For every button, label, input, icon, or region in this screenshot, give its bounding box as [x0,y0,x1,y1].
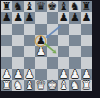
white-pawn[interactable]: ♟ [35,46,46,57]
square-a5[interactable] [1,35,12,46]
black-queen[interactable]: ♛ [35,1,46,12]
square-h5[interactable] [81,35,92,46]
square-c6[interactable] [24,24,35,35]
white-knight[interactable]: ♞ [12,80,23,91]
white-king[interactable]: ♚ [47,80,58,91]
square-e8[interactable]: ♚ [47,1,58,12]
square-d7[interactable] [35,12,46,23]
square-e5[interactable] [47,35,58,46]
square-b4[interactable] [12,46,23,57]
black-pawn[interactable]: ♟ [12,12,23,23]
square-e4[interactable] [47,46,58,57]
square-g6[interactable] [69,24,80,35]
square-f5[interactable] [58,35,69,46]
square-g1[interactable]: ♞ [69,80,80,91]
black-pawn[interactable]: ♟ [69,12,80,23]
square-e3[interactable] [47,57,58,68]
black-pawn[interactable]: ♟ [24,12,35,23]
white-rook[interactable]: ♜ [1,80,12,91]
square-e7[interactable] [47,12,58,23]
square-f1[interactable]: ♝ [58,80,69,91]
white-queen[interactable]: ♛ [35,80,46,91]
square-c4[interactable] [24,46,35,57]
square-b7[interactable]: ♟ [12,12,23,23]
square-f7[interactable]: ♟ [58,12,69,23]
square-b6[interactable] [12,24,23,35]
square-f4[interactable] [58,46,69,57]
square-h6[interactable] [81,24,92,35]
black-pawn[interactable]: ♟ [81,12,92,23]
black-pawn[interactable]: ♟ [58,12,69,23]
square-c1[interactable]: ♝ [24,80,35,91]
black-pawn[interactable]: ♟ [1,12,12,23]
chess-board: ♜♞♝♛♚♝♞♜♟♟♟♟♟♟♟♟♟♟♟♟♟♟♜♞♝♛♚♝♞♜ [1,1,92,91]
square-d1[interactable]: ♛ [35,80,46,91]
chess-app-window: ♜♞♝♛♚♝♞♜♟♟♟♟♟♟♟♟♟♟♟♟♟♟♜♞♝♛♚♝♞♜ [0,0,100,98]
square-c5[interactable] [24,35,35,46]
square-h7[interactable]: ♟ [81,12,92,23]
square-a4[interactable] [1,46,12,57]
square-h1[interactable]: ♜ [81,80,92,91]
white-bishop[interactable]: ♝ [24,80,35,91]
white-knight[interactable]: ♞ [69,80,80,91]
square-a7[interactable]: ♟ [1,12,12,23]
square-f6[interactable] [58,24,69,35]
square-d4[interactable]: ♟ [35,46,46,57]
square-g4[interactable] [69,46,80,57]
square-g7[interactable]: ♟ [69,12,80,23]
square-b1[interactable]: ♞ [12,80,23,91]
square-g5[interactable] [69,35,80,46]
white-bishop[interactable]: ♝ [58,80,69,91]
square-e1[interactable]: ♚ [47,80,58,91]
square-a6[interactable] [1,24,12,35]
white-rook[interactable]: ♜ [81,80,92,91]
square-a1[interactable]: ♜ [1,80,12,91]
square-c7[interactable]: ♟ [24,12,35,23]
black-king[interactable]: ♚ [47,1,58,12]
square-e6[interactable] [47,24,58,35]
square-d8[interactable]: ♛ [35,1,46,12]
square-b5[interactable] [12,35,23,46]
square-h4[interactable] [81,46,92,57]
square-d3[interactable] [35,57,46,68]
